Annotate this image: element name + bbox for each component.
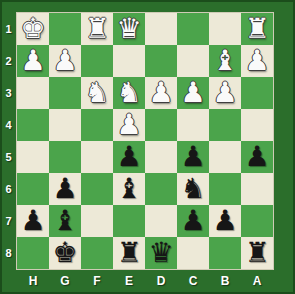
black-pawn-icon[interactable]: ♟ bbox=[212, 205, 237, 237]
square-h5[interactable] bbox=[17, 141, 49, 173]
square-a7[interactable] bbox=[241, 205, 273, 237]
square-b2[interactable]: ♝ bbox=[209, 45, 241, 77]
square-c8[interactable] bbox=[177, 237, 209, 269]
black-king-icon[interactable]: ♚ bbox=[52, 237, 77, 269]
black-pawn-icon[interactable]: ♟ bbox=[180, 141, 205, 173]
white-pawn-icon[interactable]: ♟ bbox=[180, 77, 205, 109]
white-rook-icon[interactable]: ♜ bbox=[84, 13, 109, 45]
square-h3[interactable] bbox=[17, 77, 49, 109]
square-c3[interactable]: ♟ bbox=[177, 77, 209, 109]
square-f3[interactable]: ♞ bbox=[81, 77, 113, 109]
square-e5[interactable]: ♟ bbox=[113, 141, 145, 173]
square-g5[interactable] bbox=[49, 141, 81, 173]
black-knight-icon[interactable]: ♞ bbox=[180, 173, 205, 205]
square-b1[interactable] bbox=[209, 13, 241, 45]
square-d1[interactable] bbox=[145, 13, 177, 45]
square-h7[interactable]: ♟ bbox=[17, 205, 49, 237]
black-queen-icon[interactable]: ♛ bbox=[148, 237, 173, 269]
square-a2[interactable]: ♟ bbox=[241, 45, 273, 77]
white-bishop-icon[interactable]: ♝ bbox=[212, 45, 237, 77]
square-d5[interactable] bbox=[145, 141, 177, 173]
white-knight-icon[interactable]: ♞ bbox=[116, 77, 141, 109]
square-d3[interactable]: ♟ bbox=[145, 77, 177, 109]
square-c7[interactable]: ♟ bbox=[177, 205, 209, 237]
file-label-a: A bbox=[241, 271, 273, 291]
square-a5[interactable]: ♟ bbox=[241, 141, 273, 173]
black-rook-icon[interactable]: ♜ bbox=[116, 237, 141, 269]
black-pawn-icon[interactable]: ♟ bbox=[52, 173, 77, 205]
file-label-b: B bbox=[209, 271, 241, 291]
black-pawn-icon[interactable]: ♟ bbox=[244, 141, 269, 173]
black-pawn-icon[interactable]: ♟ bbox=[180, 205, 205, 237]
square-h1[interactable]: ♚ bbox=[17, 13, 49, 45]
square-h6[interactable] bbox=[17, 173, 49, 205]
square-h2[interactable]: ♟ bbox=[17, 45, 49, 77]
file-label-f: F bbox=[81, 271, 113, 291]
square-a3[interactable] bbox=[241, 77, 273, 109]
square-g4[interactable] bbox=[49, 109, 81, 141]
square-g8[interactable]: ♚ bbox=[49, 237, 81, 269]
square-f4[interactable] bbox=[81, 109, 113, 141]
file-label-h: H bbox=[17, 271, 49, 291]
black-bishop-icon[interactable]: ♝ bbox=[52, 205, 77, 237]
square-e6[interactable]: ♝ bbox=[113, 173, 145, 205]
white-king-icon[interactable]: ♚ bbox=[20, 13, 45, 45]
rank-label-5: 5 bbox=[0, 141, 17, 173]
file-label-c: C bbox=[177, 271, 209, 291]
square-d2[interactable] bbox=[145, 45, 177, 77]
square-c6[interactable]: ♞ bbox=[177, 173, 209, 205]
square-f7[interactable] bbox=[81, 205, 113, 237]
file-label-d: D bbox=[145, 271, 177, 291]
square-f6[interactable] bbox=[81, 173, 113, 205]
chess-board[interactable]: ♚♜♛♜♟♟♝♟♞♞♟♟♟♟♟♟♟♟♝♞♟♝♟♟♚♜♛♜ bbox=[17, 13, 273, 269]
white-pawn-icon[interactable]: ♟ bbox=[116, 109, 141, 141]
white-queen-icon[interactable]: ♛ bbox=[116, 13, 141, 45]
square-h4[interactable] bbox=[17, 109, 49, 141]
black-rook-icon[interactable]: ♜ bbox=[244, 237, 269, 269]
white-pawn-icon[interactable]: ♟ bbox=[212, 77, 237, 109]
rank-label-4: 4 bbox=[0, 109, 17, 141]
square-g7[interactable]: ♝ bbox=[49, 205, 81, 237]
black-bishop-icon[interactable]: ♝ bbox=[116, 173, 141, 205]
square-f2[interactable] bbox=[81, 45, 113, 77]
square-b5[interactable] bbox=[209, 141, 241, 173]
white-pawn-icon[interactable]: ♟ bbox=[20, 45, 45, 77]
square-c5[interactable]: ♟ bbox=[177, 141, 209, 173]
square-e4[interactable]: ♟ bbox=[113, 109, 145, 141]
white-pawn-icon[interactable]: ♟ bbox=[52, 45, 77, 77]
white-knight-icon[interactable]: ♞ bbox=[84, 77, 109, 109]
rank-label-7: 7 bbox=[0, 205, 17, 237]
square-f5[interactable] bbox=[81, 141, 113, 173]
square-a4[interactable] bbox=[241, 109, 273, 141]
square-b6[interactable] bbox=[209, 173, 241, 205]
chessboard-frame: 12345678 ♚♜♛♜♟♟♝♟♞♞♟♟♟♟♟♟♟♟♝♞♟♝♟♟♚♜♛♜ HG… bbox=[0, 0, 295, 294]
rank-label-1: 1 bbox=[0, 13, 17, 45]
square-a8[interactable]: ♜ bbox=[241, 237, 273, 269]
square-a6[interactable] bbox=[241, 173, 273, 205]
white-pawn-icon[interactable]: ♟ bbox=[148, 77, 173, 109]
square-g2[interactable]: ♟ bbox=[49, 45, 81, 77]
rank-label-6: 6 bbox=[0, 173, 17, 205]
rank-label-2: 2 bbox=[0, 45, 17, 77]
square-c2[interactable] bbox=[177, 45, 209, 77]
black-pawn-icon[interactable]: ♟ bbox=[20, 205, 45, 237]
rank-label-3: 3 bbox=[0, 77, 17, 109]
square-e2[interactable] bbox=[113, 45, 145, 77]
white-rook-icon[interactable]: ♜ bbox=[244, 13, 269, 45]
rank-label-8: 8 bbox=[0, 237, 17, 269]
square-b7[interactable]: ♟ bbox=[209, 205, 241, 237]
square-f1[interactable]: ♜ bbox=[81, 13, 113, 45]
square-d4[interactable] bbox=[145, 109, 177, 141]
square-g6[interactable]: ♟ bbox=[49, 173, 81, 205]
square-d7[interactable] bbox=[145, 205, 177, 237]
square-g1[interactable] bbox=[49, 13, 81, 45]
square-e1[interactable]: ♛ bbox=[113, 13, 145, 45]
square-c4[interactable] bbox=[177, 109, 209, 141]
black-pawn-icon[interactable]: ♟ bbox=[116, 141, 141, 173]
square-c1[interactable] bbox=[177, 13, 209, 45]
rank-labels: 12345678 bbox=[0, 13, 17, 269]
square-b8[interactable] bbox=[209, 237, 241, 269]
file-label-e: E bbox=[113, 271, 145, 291]
square-b3[interactable]: ♟ bbox=[209, 77, 241, 109]
square-d6[interactable] bbox=[145, 173, 177, 205]
square-b4[interactable] bbox=[209, 109, 241, 141]
file-label-g: G bbox=[49, 271, 81, 291]
square-h8[interactable] bbox=[17, 237, 49, 269]
square-e8[interactable]: ♜ bbox=[113, 237, 145, 269]
square-e3[interactable]: ♞ bbox=[113, 77, 145, 109]
square-d8[interactable]: ♛ bbox=[145, 237, 177, 269]
square-g3[interactable] bbox=[49, 77, 81, 109]
square-e7[interactable] bbox=[113, 205, 145, 237]
square-a1[interactable]: ♜ bbox=[241, 13, 273, 45]
square-f8[interactable] bbox=[81, 237, 113, 269]
file-labels: HGFEDCBA bbox=[17, 271, 273, 291]
white-pawn-icon[interactable]: ♟ bbox=[244, 45, 269, 77]
